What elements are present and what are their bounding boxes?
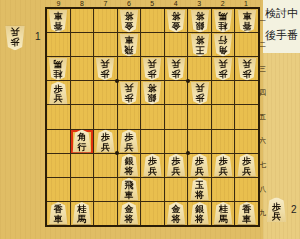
file-label-6: 6 (117, 0, 140, 7)
piece-kanji: 飛 (124, 44, 133, 54)
board-square[interactable] (141, 178, 164, 201)
sente-piece-歩兵[interactable]: 歩兵 (142, 154, 162, 177)
board-square[interactable]: 玉将 (188, 178, 211, 201)
piece-kanji: 馬 (77, 214, 86, 224)
sente-piece-金将[interactable]: 金将 (166, 202, 186, 225)
piece-kanji: 車 (54, 214, 63, 224)
piece-kanji: 兵 (54, 94, 63, 104)
board-square[interactable]: 角行 (71, 130, 94, 153)
hoshi-dot-icon (186, 79, 190, 83)
sente-piece-歩兵[interactable]: 歩兵 (166, 154, 186, 177)
piece-kanji: 兵 (10, 26, 19, 36)
board-square[interactable] (47, 178, 70, 201)
piece-kanji: 兵 (172, 58, 181, 68)
board-square[interactable] (94, 81, 117, 104)
piece-kanji: 馬 (219, 214, 228, 224)
piece-kanji: 金 (124, 20, 133, 30)
board-square[interactable]: 香車 (47, 9, 70, 32)
status-turn-indicator: 後手番 (263, 29, 300, 41)
board-square[interactable]: 歩兵 (141, 57, 164, 80)
piece-kanji: 金 (172, 20, 181, 30)
rank-label-3: 三 (258, 57, 267, 81)
piece-kanji: 車 (242, 214, 251, 224)
board-square[interactable]: 銀将 (188, 202, 211, 225)
gote-piece-歩兵[interactable]: 歩兵 (95, 57, 115, 80)
board-square[interactable]: 歩兵 (94, 57, 117, 80)
board-square[interactable]: 桂馬 (71, 202, 94, 225)
sente-piece-歩兵[interactable]: 歩兵 (119, 130, 139, 153)
piece-kanji: 兵 (219, 58, 228, 68)
board-square[interactable]: 銀将 (118, 154, 141, 177)
board-square[interactable]: 歩兵 (118, 81, 141, 104)
piece-kanji: 角 (219, 44, 228, 54)
piece-kanji: 車 (242, 10, 251, 20)
board-square[interactable] (71, 105, 94, 128)
board-square[interactable]: 歩兵 (47, 81, 70, 104)
board-square[interactable] (94, 105, 117, 128)
board-square[interactable] (47, 105, 70, 128)
piece-kanji: 兵 (148, 166, 157, 176)
gote-piece-歩兵[interactable]: 歩兵 (213, 57, 233, 80)
board-square[interactable] (165, 81, 188, 104)
hoshi-dot-icon (115, 151, 119, 155)
sente-piece-飛車[interactable]: 飛車 (119, 178, 139, 201)
piece-kanji: 将 (172, 214, 181, 224)
rank-label-5: 五 (258, 105, 267, 129)
board-square[interactable]: 歩兵 (141, 154, 164, 177)
piece-kanji: 将 (124, 10, 133, 20)
shogi-board: 香車金将金将銀将桂馬香車飛車王将角行桂馬歩兵歩兵歩兵歩兵歩兵歩兵歩兵銀将歩兵角行… (45, 7, 260, 227)
board-square[interactable] (212, 81, 235, 104)
piece-kanji: 銀 (148, 92, 157, 102)
piece-kanji: 行 (219, 34, 228, 44)
board-square[interactable] (141, 130, 164, 153)
board-square[interactable] (235, 33, 258, 56)
piece-kanji: 馬 (54, 58, 63, 68)
piece-kanji: 兵 (242, 166, 251, 176)
board-square[interactable]: 歩兵 (235, 57, 258, 80)
board-square[interactable] (47, 154, 70, 177)
gote-piece-香車[interactable]: 香車 (48, 9, 68, 32)
board-square[interactable]: 飛車 (118, 33, 141, 56)
hoshi-dot-icon (186, 151, 190, 155)
status-analyzing: 検討中 (263, 7, 300, 19)
board-square[interactable] (165, 105, 188, 128)
board-square[interactable]: 歩兵 (118, 130, 141, 153)
piece-kanji: 行 (77, 142, 86, 152)
file-label-5: 5 (141, 0, 164, 7)
file-label-4: 4 (164, 0, 187, 7)
board-square[interactable] (165, 130, 188, 153)
board-square[interactable]: 角行 (212, 33, 235, 56)
gote-piece-金将[interactable]: 金将 (166, 9, 186, 32)
board-square[interactable]: 歩兵 (235, 154, 258, 177)
gote-piece-桂馬[interactable]: 桂馬 (48, 57, 68, 80)
board-square[interactable] (165, 33, 188, 56)
board-square[interactable] (212, 105, 235, 128)
board-square[interactable]: 歩兵 (94, 130, 117, 153)
piece-kanji: 兵 (101, 58, 110, 68)
gote-piece-桂馬[interactable]: 桂馬 (213, 9, 233, 32)
file-label-9: 9 (47, 0, 70, 7)
board-square[interactable]: 歩兵 (212, 57, 235, 80)
board-square[interactable]: 金将 (118, 9, 141, 32)
sente-piece-玉将[interactable]: 玉将 (190, 178, 210, 201)
board-square[interactable]: 香車 (47, 202, 70, 225)
file-label-8: 8 (70, 0, 93, 7)
piece-kanji: 銀 (195, 20, 204, 30)
gote-piece-歩兵[interactable]: 歩兵 (119, 81, 139, 104)
sente-piece-香車[interactable]: 香車 (48, 202, 68, 225)
piece-kanji: 香 (242, 20, 251, 30)
board-square[interactable]: 王将 (188, 33, 211, 56)
gote-piece-王将[interactable]: 王将 (190, 33, 210, 56)
sente-piece-銀将[interactable]: 銀将 (190, 202, 210, 225)
gote-piece-歩兵[interactable]: 歩兵 (142, 57, 162, 80)
board-square[interactable] (141, 33, 164, 56)
piece-kanji: 兵 (195, 82, 204, 92)
board-square[interactable] (94, 202, 117, 225)
gote-piece-歩兵[interactable]: 歩兵 (166, 57, 186, 80)
sente-piece-香車[interactable]: 香車 (237, 202, 257, 225)
piece-kanji: 王 (195, 44, 204, 54)
piece-kanji: 桂 (219, 20, 228, 30)
gote-piece-金将[interactable]: 金将 (119, 9, 139, 32)
board-square[interactable]: 金将 (165, 202, 188, 225)
board-square[interactable]: 桂馬 (212, 202, 235, 225)
gote-piece-飛車[interactable]: 飛車 (119, 33, 139, 56)
sente-captured-pawn[interactable]: 歩兵 (266, 197, 287, 222)
board-square[interactable] (165, 178, 188, 201)
piece-kanji: 歩 (172, 68, 181, 78)
board-square[interactable] (235, 105, 258, 128)
sente-piece-銀将[interactable]: 銀将 (119, 154, 139, 177)
gote-piece-歩兵[interactable]: 歩兵 (190, 81, 210, 104)
piece-kanji: 兵 (101, 142, 110, 152)
board-square[interactable]: 金将 (165, 9, 188, 32)
piece-kanji: 兵 (219, 166, 228, 176)
board-square[interactable]: 香車 (235, 202, 258, 225)
board-square[interactable] (71, 9, 94, 32)
piece-kanji: 歩 (195, 92, 204, 102)
sente-piece-歩兵[interactable]: 歩兵 (266, 197, 287, 222)
board-square[interactable]: 歩兵 (188, 154, 211, 177)
board-square[interactable] (47, 33, 70, 56)
board-square[interactable]: 桂馬 (212, 9, 235, 32)
piece-kanji: 車 (124, 34, 133, 44)
piece-kanji: 兵 (272, 212, 281, 222)
board-square[interactable] (71, 33, 94, 56)
file-label-3: 3 (188, 0, 211, 7)
board-square[interactable]: 金将 (118, 202, 141, 225)
piece-kanji: 馬 (219, 10, 228, 20)
rank-label-6: 六 (258, 129, 267, 153)
board-square[interactable] (235, 178, 258, 201)
board-square[interactable]: 歩兵 (165, 154, 188, 177)
piece-kanji: 歩 (148, 68, 157, 78)
sente-piece-桂馬[interactable]: 桂馬 (213, 202, 233, 225)
piece-kanji: 車 (54, 10, 63, 20)
board-square[interactable] (141, 105, 164, 128)
gote-piece-銀将[interactable]: 銀将 (190, 9, 210, 32)
file-label-1: 1 (235, 0, 258, 7)
piece-kanji: 歩 (10, 36, 19, 46)
sente-piece-歩兵[interactable]: 歩兵 (213, 154, 233, 177)
rank-label-2: 二 (258, 33, 267, 57)
gote-captured-count: 1 (35, 31, 41, 42)
hoshi-dot-icon (115, 79, 119, 83)
gote-piece-銀将[interactable]: 銀将 (142, 81, 162, 104)
board-square[interactable] (71, 178, 94, 201)
piece-kanji: 兵 (195, 166, 204, 176)
piece-kanji: 将 (124, 214, 133, 224)
gote-piece-香車[interactable]: 香車 (237, 9, 257, 32)
board-square[interactable] (71, 81, 94, 104)
board-square[interactable]: 歩兵 (188, 81, 211, 104)
board-square[interactable] (71, 154, 94, 177)
board-square[interactable] (212, 130, 235, 153)
board-square[interactable] (118, 57, 141, 80)
board-square[interactable] (94, 154, 117, 177)
gote-piece-歩兵[interactable]: 歩兵 (237, 57, 257, 80)
board-square[interactable] (235, 81, 258, 104)
board-square[interactable]: 香車 (235, 9, 258, 32)
piece-kanji: 兵 (124, 82, 133, 92)
piece-kanji: 歩 (219, 68, 228, 78)
board-square[interactable] (141, 202, 164, 225)
piece-kanji: 将 (195, 34, 204, 44)
piece-kanji: 兵 (124, 142, 133, 152)
piece-kanji: 車 (124, 190, 133, 200)
piece-kanji: 香 (54, 20, 63, 30)
piece-kanji: 将 (148, 82, 157, 92)
piece-kanji: 兵 (172, 166, 181, 176)
sente-piece-歩兵[interactable]: 歩兵 (95, 130, 115, 153)
board-square[interactable]: 歩兵 (212, 154, 235, 177)
board-square[interactable] (141, 9, 164, 32)
sente-piece-桂馬[interactable]: 桂馬 (72, 202, 92, 225)
piece-kanji: 将 (195, 190, 204, 200)
gote-piece-角行[interactable]: 角行 (213, 33, 233, 56)
piece-kanji: 兵 (148, 58, 157, 68)
piece-kanji: 歩 (101, 68, 110, 78)
piece-kanji: 歩 (242, 68, 251, 78)
sente-piece-歩兵[interactable]: 歩兵 (48, 81, 68, 104)
file-label-2: 2 (211, 0, 234, 7)
board-square[interactable] (94, 33, 117, 56)
board-square[interactable]: 歩兵 (165, 57, 188, 80)
rank-label-4: 四 (258, 81, 267, 105)
rank-label-7: 七 (258, 153, 267, 177)
board-square[interactable] (212, 178, 235, 201)
sente-piece-金将[interactable]: 金将 (119, 202, 139, 225)
board-square[interactable] (47, 130, 70, 153)
piece-kanji: 将 (195, 214, 204, 224)
board-square[interactable]: 飛車 (118, 178, 141, 201)
sente-captured-count: 2 (291, 204, 297, 215)
rank-label-1: 一 (258, 9, 267, 33)
board-square[interactable] (71, 57, 94, 80)
board-square[interactable] (235, 130, 258, 153)
piece-kanji: 将 (195, 10, 204, 20)
piece-kanji: 桂 (54, 68, 63, 78)
board-square[interactable] (188, 105, 211, 128)
board-square[interactable] (94, 178, 117, 201)
board-square[interactable] (94, 9, 117, 32)
piece-kanji: 将 (172, 10, 181, 20)
file-label-7: 7 (94, 0, 117, 7)
sente-piece-角行[interactable]: 角行 (72, 130, 92, 153)
status-panel: 検討中 後手番 (263, 0, 300, 53)
board-square[interactable] (188, 130, 211, 153)
gote-piece-歩兵[interactable]: 歩兵 (4, 25, 25, 50)
piece-kanji: 将 (124, 166, 133, 176)
board-square[interactable] (188, 57, 211, 80)
gote-captured-pawn[interactable]: 歩兵 (4, 25, 25, 50)
board-square[interactable]: 銀将 (141, 81, 164, 104)
board-square[interactable]: 桂馬 (47, 57, 70, 80)
piece-kanji: 兵 (242, 58, 251, 68)
piece-kanji: 歩 (124, 92, 133, 102)
board-square[interactable] (118, 105, 141, 128)
shogi-app-window: 検討中 後手番 香車金将金将銀将桂馬香車飛車王将角行桂馬歩兵歩兵歩兵歩兵歩兵歩兵… (0, 0, 300, 239)
board-square[interactable]: 銀将 (188, 9, 211, 32)
sente-piece-歩兵[interactable]: 歩兵 (237, 154, 257, 177)
sente-piece-歩兵[interactable]: 歩兵 (190, 154, 210, 177)
